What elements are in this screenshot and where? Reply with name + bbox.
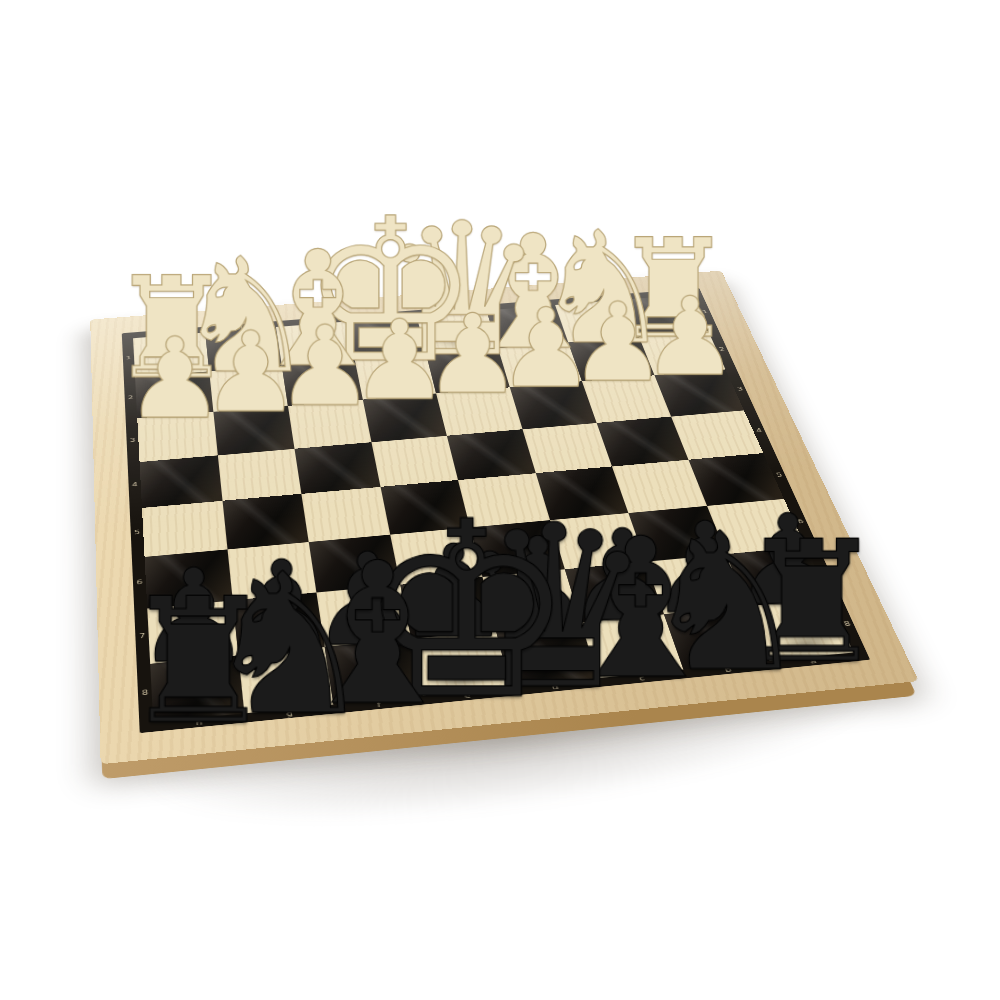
square-h8[interactable]: ♜	[150, 655, 244, 722]
piece-black-rook[interactable]: ♜	[121, 575, 276, 718]
scene: hgfedcba hgfedcba 12345678 12345678 ♜♞♝♚…	[0, 0, 1000, 1000]
square-h4[interactable]	[140, 455, 222, 508]
coord-rank-3: 3	[126, 418, 140, 462]
square-g3[interactable]	[213, 406, 295, 455]
coord-rank-1: 1	[122, 338, 135, 378]
product-photo: hgfedcba hgfedcba 12345678 12345678 ♜♞♝♚…	[0, 0, 1000, 1000]
board-grid: ♜♞♝♚♛♝♞♜♟♟♟♟♟♟♟♟♟♟♟♟♟♟♟♟♜♞♝♚♛♝♞♜	[133, 294, 853, 722]
square-c3[interactable]	[509, 381, 596, 429]
board-top: hgfedcba hgfedcba 12345678 12345678 ♜♞♝♚…	[90, 271, 919, 765]
square-h3[interactable]	[137, 412, 217, 462]
coord-rank-2: 2	[124, 377, 137, 419]
chess-board: hgfedcba hgfedcba 12345678 12345678 ♜♞♝♚…	[90, 271, 919, 765]
square-h2[interactable]: ♟	[135, 371, 213, 418]
square-e3[interactable]	[362, 393, 446, 442]
square-d3[interactable]	[436, 387, 522, 435]
square-g4[interactable]	[217, 449, 301, 501]
